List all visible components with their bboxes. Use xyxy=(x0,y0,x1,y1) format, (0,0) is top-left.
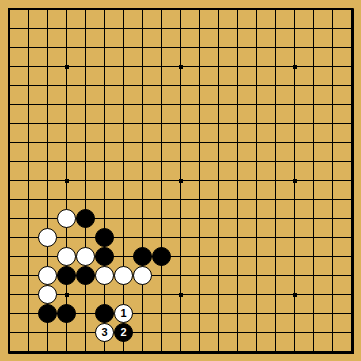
hoshi-point xyxy=(171,171,190,190)
hoshi-dot xyxy=(65,179,69,183)
hoshi-point xyxy=(285,171,304,190)
stone-black xyxy=(95,304,114,323)
stone-white xyxy=(57,247,76,266)
stone-white-move-1: 1 xyxy=(114,304,133,323)
hoshi-point xyxy=(285,285,304,304)
board-intersection xyxy=(38,304,57,323)
stone-black xyxy=(57,266,76,285)
hoshi-dot xyxy=(293,65,297,69)
stone-white xyxy=(133,266,152,285)
stone-white xyxy=(76,247,95,266)
board-intersection: 1 xyxy=(114,304,133,323)
board-intersection xyxy=(76,247,95,266)
hoshi-point xyxy=(57,285,76,304)
board-intersection xyxy=(133,266,152,285)
board-intersection xyxy=(133,247,152,266)
hoshi-point xyxy=(57,57,76,76)
board-intersection xyxy=(95,228,114,247)
stone-black-move-2: 2 xyxy=(114,323,133,342)
stone-white xyxy=(95,266,114,285)
board-intersection xyxy=(38,228,57,247)
stone-black xyxy=(152,247,171,266)
hoshi-point xyxy=(285,57,304,76)
hoshi-dot xyxy=(65,293,69,297)
board-intersection: 3 xyxy=(95,323,114,342)
stone-black xyxy=(57,304,76,323)
board-intersection xyxy=(152,247,171,266)
stone-white xyxy=(57,209,76,228)
stone-white xyxy=(114,266,133,285)
board-intersection xyxy=(95,247,114,266)
hoshi-dot xyxy=(65,65,69,69)
board-intersection xyxy=(57,304,76,323)
board-intersection xyxy=(95,266,114,285)
hoshi-dot xyxy=(179,179,183,183)
go-board: 132 xyxy=(0,0,361,361)
board-intersection xyxy=(57,247,76,266)
hoshi-point xyxy=(171,57,190,76)
hoshi-point xyxy=(57,171,76,190)
stone-white xyxy=(38,285,57,304)
move-number-label: 1 xyxy=(120,308,126,319)
stone-black xyxy=(95,228,114,247)
board-intersection xyxy=(114,266,133,285)
board-intersection xyxy=(57,209,76,228)
stone-white xyxy=(38,266,57,285)
stone-black xyxy=(95,247,114,266)
hoshi-point xyxy=(171,285,190,304)
board-intersection xyxy=(95,304,114,323)
board-intersection xyxy=(38,266,57,285)
stone-white-move-3: 3 xyxy=(95,323,114,342)
stone-white xyxy=(38,228,57,247)
hoshi-dot xyxy=(293,179,297,183)
stone-black xyxy=(38,304,57,323)
move-number-label: 2 xyxy=(120,327,126,338)
board-intersection xyxy=(76,266,95,285)
stone-black xyxy=(76,209,95,228)
stone-black xyxy=(76,266,95,285)
hoshi-dot xyxy=(293,293,297,297)
goban-grid: 132 xyxy=(0,0,361,361)
board-intersection xyxy=(76,209,95,228)
hoshi-dot xyxy=(179,293,183,297)
hoshi-dot xyxy=(179,65,183,69)
board-intersection xyxy=(38,285,57,304)
board-intersection: 2 xyxy=(114,323,133,342)
move-number-label: 3 xyxy=(101,327,107,338)
board-intersection xyxy=(57,266,76,285)
stone-black xyxy=(133,247,152,266)
